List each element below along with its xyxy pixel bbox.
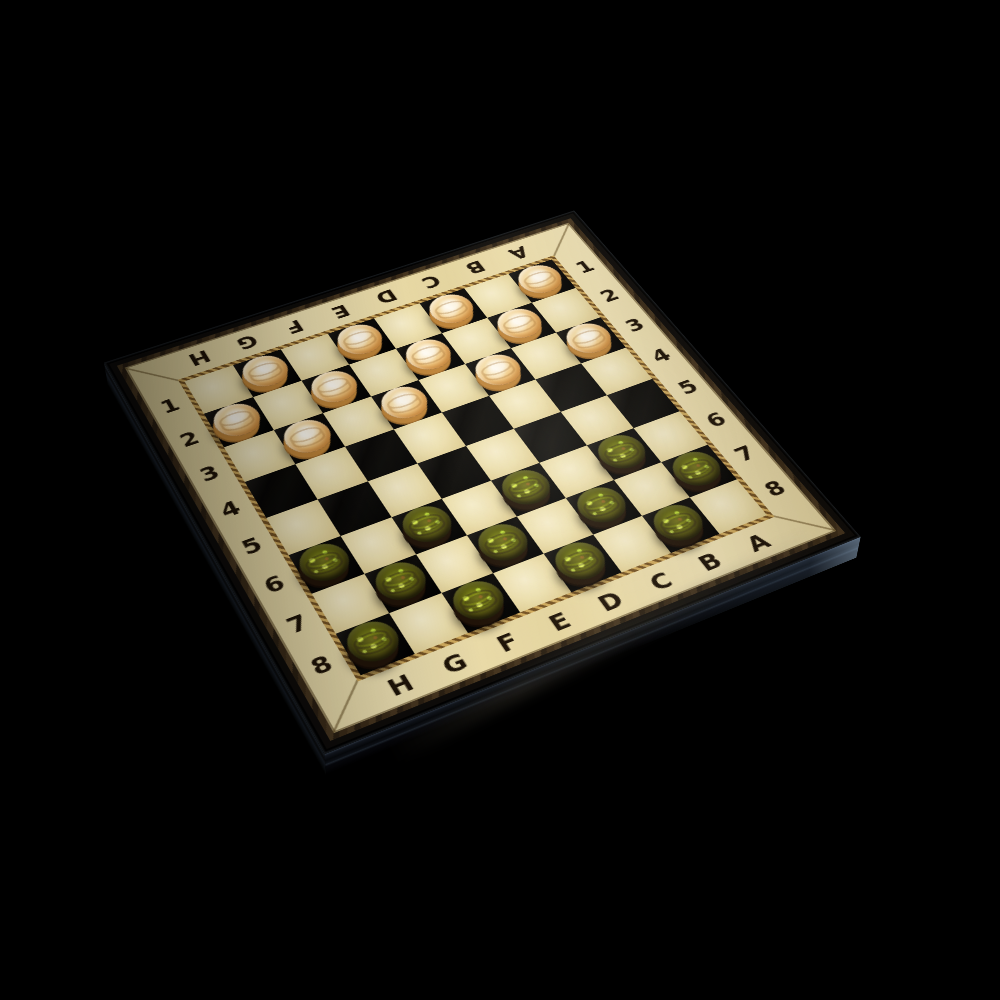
square-c7: ⛂ <box>566 480 642 535</box>
checker-piece-dark: ⛂ <box>644 499 711 547</box>
draughts-man-glyph: ⛂ <box>337 613 405 667</box>
checkers-board: HGFEDCBA HGFEDCBA 12345678 12345678 ⛀⛀⛀⛀… <box>104 210 861 754</box>
square-h6: ⛂ <box>289 536 365 594</box>
checker-piece-dark: ⛂ <box>568 481 634 528</box>
photo-background: HGFEDCBA HGFEDCBA 12345678 12345678 ⛀⛀⛀⛀… <box>0 0 1000 1000</box>
corner-miter-seam <box>125 368 185 383</box>
square-f6: ⛂ <box>392 499 467 555</box>
square-e8 <box>493 554 571 613</box>
draughts-man-glyph: ⛂ <box>643 497 710 545</box>
square-h7 <box>312 574 389 634</box>
square-g5 <box>318 481 392 536</box>
square-b7 <box>614 462 690 516</box>
checker-piece-dark: ⛂ <box>291 537 357 587</box>
square-e7: ⛂ <box>467 517 544 574</box>
draughts-man-glyph: ⛂ <box>443 573 511 625</box>
square-a8 <box>690 479 767 534</box>
file-labels-near: HGFEDCBA <box>363 519 795 714</box>
square-b8: ⛂ <box>642 497 719 553</box>
square-f5 <box>368 464 442 518</box>
square-c6 <box>539 445 614 498</box>
draughts-man-glyph: ⛂ <box>366 554 433 605</box>
checker-piece-dark: ⛂ <box>663 446 728 492</box>
checker-piece-dark: ⛂ <box>493 464 558 510</box>
square-c8 <box>593 516 671 573</box>
checker-piece-dark: ⛂ <box>444 575 512 627</box>
checker-piece-dark: ⛂ <box>338 615 406 669</box>
coordinate-band: HGFEDCBA HGFEDCBA 12345678 12345678 ⛀⛀⛀⛀… <box>125 223 837 734</box>
draughts-man-glyph: ⛂ <box>545 534 612 584</box>
checker-piece-dark: ⛂ <box>367 556 434 607</box>
draughts-man-glyph: ⛂ <box>662 445 727 490</box>
square-d7 <box>517 498 593 554</box>
square-a7: ⛂ <box>661 445 737 498</box>
draughts-man-glyph: ⛂ <box>567 480 633 527</box>
square-g8 <box>389 593 468 654</box>
square-d6: ⛂ <box>491 463 566 517</box>
square-g7: ⛂ <box>364 554 441 613</box>
draughts-man-glyph: ⛂ <box>290 536 355 586</box>
checker-piece-dark: ⛂ <box>394 500 459 548</box>
draughts-man-glyph: ⛂ <box>393 499 458 547</box>
square-f7 <box>416 535 493 593</box>
square-g6 <box>341 517 417 574</box>
square-e5 <box>417 446 491 499</box>
square-f8: ⛂ <box>442 573 521 633</box>
